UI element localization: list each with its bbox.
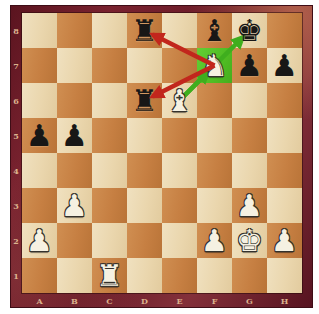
white-rook[interactable]: ♜ [92, 258, 127, 293]
file-label-a: A [22, 295, 57, 307]
empty-cell-a7 [22, 48, 57, 83]
file-label-c: C [92, 295, 127, 307]
empty-cell-c5 [92, 118, 127, 153]
empty-cell-b2 [57, 223, 92, 258]
white-pawn[interactable]: ♟ [267, 223, 302, 258]
empty-cell-c8 [92, 13, 127, 48]
white-king[interactable]: ♚ [232, 223, 267, 258]
empty-cell-h5 [267, 118, 302, 153]
empty-cell-f6 [197, 83, 232, 118]
empty-cell-b6 [57, 83, 92, 118]
empty-cell-a1 [22, 258, 57, 293]
black-rook[interactable]: ♜ [127, 83, 162, 118]
file-labels: ABCDEFGH [22, 295, 302, 307]
white-bishop[interactable]: ♝ [162, 83, 197, 118]
rank-label-6: 6 [10, 83, 22, 118]
empty-cell-h4 [267, 153, 302, 188]
file-label-d: D [127, 295, 162, 307]
empty-cell-c4 [92, 153, 127, 188]
empty-cell-g6 [232, 83, 267, 118]
white-pawn[interactable]: ♟ [57, 188, 92, 223]
empty-cell-f3 [197, 188, 232, 223]
empty-cell-e8 [162, 13, 197, 48]
board-frame: 87654321 ABCDEFGH ♜♝♚♞♟♟♜♝♟♟♟♟♟♟♚♟♜ [10, 5, 313, 308]
empty-cell-e3 [162, 188, 197, 223]
empty-cell-e5 [162, 118, 197, 153]
empty-cell-f4 [197, 153, 232, 188]
empty-cell-d2 [127, 223, 162, 258]
empty-cell-d1 [127, 258, 162, 293]
empty-cell-h1 [267, 258, 302, 293]
file-label-b: B [57, 295, 92, 307]
black-pawn[interactable]: ♟ [267, 48, 302, 83]
empty-cell-e2 [162, 223, 197, 258]
rank-label-7: 7 [10, 48, 22, 83]
empty-cell-h6 [267, 83, 302, 118]
black-rook[interactable]: ♜ [127, 13, 162, 48]
empty-cell-c2 [92, 223, 127, 258]
empty-cell-d3 [127, 188, 162, 223]
board-pieces: ♜♝♚♞♟♟♜♝♟♟♟♟♟♟♚♟♜ [22, 13, 302, 293]
empty-cell-a8 [22, 13, 57, 48]
empty-cell-c3 [92, 188, 127, 223]
empty-cell-f5 [197, 118, 232, 153]
empty-cell-g5 [232, 118, 267, 153]
empty-cell-e1 [162, 258, 197, 293]
file-label-h: H [267, 295, 302, 307]
empty-cell-b8 [57, 13, 92, 48]
empty-cell-g1 [232, 258, 267, 293]
rank-label-5: 5 [10, 118, 22, 153]
black-bishop[interactable]: ♝ [197, 13, 232, 48]
rank-labels: 87654321 [10, 13, 22, 293]
white-pawn[interactable]: ♟ [197, 223, 232, 258]
empty-cell-a3 [22, 188, 57, 223]
chess-board: ♜♝♚♞♟♟♜♝♟♟♟♟♟♟♚♟♜ [22, 13, 302, 293]
empty-cell-g4 [232, 153, 267, 188]
empty-cell-c6 [92, 83, 127, 118]
empty-cell-b1 [57, 258, 92, 293]
rank-label-1: 1 [10, 258, 22, 293]
file-label-e: E [162, 295, 197, 307]
empty-cell-f1 [197, 258, 232, 293]
rank-label-3: 3 [10, 188, 22, 223]
chess-app-window: 87654321 ABCDEFGH ♜♝♚♞♟♟♜♝♟♟♟♟♟♟♚♟♜ [0, 0, 319, 314]
empty-cell-b4 [57, 153, 92, 188]
empty-cell-d7 [127, 48, 162, 83]
empty-cell-d4 [127, 153, 162, 188]
black-king[interactable]: ♚ [232, 13, 267, 48]
white-pawn[interactable]: ♟ [232, 188, 267, 223]
empty-cell-a6 [22, 83, 57, 118]
black-pawn[interactable]: ♟ [232, 48, 267, 83]
empty-cell-c7 [92, 48, 127, 83]
white-knight[interactable]: ♞ [197, 48, 232, 83]
empty-cell-h8 [267, 13, 302, 48]
black-pawn[interactable]: ♟ [22, 118, 57, 153]
empty-cell-e7 [162, 48, 197, 83]
file-label-f: F [197, 295, 232, 307]
rank-label-8: 8 [10, 13, 22, 48]
file-label-g: G [232, 295, 267, 307]
empty-cell-e4 [162, 153, 197, 188]
rank-label-2: 2 [10, 223, 22, 258]
empty-cell-a4 [22, 153, 57, 188]
white-pawn[interactable]: ♟ [22, 223, 57, 258]
rank-label-4: 4 [10, 153, 22, 188]
empty-cell-d5 [127, 118, 162, 153]
empty-cell-h3 [267, 188, 302, 223]
black-pawn[interactable]: ♟ [57, 118, 92, 153]
empty-cell-b7 [57, 48, 92, 83]
